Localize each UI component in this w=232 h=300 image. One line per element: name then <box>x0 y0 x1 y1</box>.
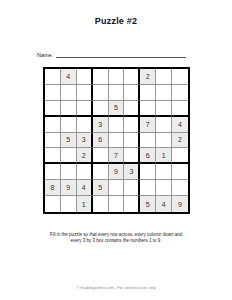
cell-r3c2[interactable] <box>61 101 77 117</box>
instructions: Fill in the puzzle so that every row acr… <box>10 232 222 244</box>
cell-r9c5[interactable] <box>109 196 125 212</box>
instructions-line-2: every 3 by 3 box contains the numbers 1 … <box>70 238 161 243</box>
cell-r4c3[interactable] <box>77 117 93 133</box>
cell-r3c9[interactable] <box>172 101 188 117</box>
cell-r1c3[interactable] <box>77 69 93 85</box>
cell-r3c7[interactable] <box>140 101 156 117</box>
cell-r8c9[interactable] <box>172 180 188 196</box>
name-label: Name: <box>37 52 53 58</box>
worksheet-page: Puzzle #2 Name: 425374536227619389451549… <box>0 0 232 300</box>
cell-r1c9[interactable] <box>172 69 188 85</box>
cell-r1c2: 4 <box>61 69 77 85</box>
cell-r5c1[interactable] <box>45 133 61 149</box>
cell-r3c3[interactable] <box>77 101 93 117</box>
cell-r6c7: 6 <box>140 148 156 164</box>
page-title: Puzzle #2 <box>0 16 232 26</box>
cell-r4c2[interactable] <box>61 117 77 133</box>
cell-r6c2[interactable] <box>61 148 77 164</box>
sudoku-board: 425374536227619389451549 <box>43 67 190 214</box>
cell-r7c2[interactable] <box>61 164 77 180</box>
cell-r5c6[interactable] <box>124 133 140 149</box>
cell-r9c9: 9 <box>172 196 188 212</box>
cell-r2c3[interactable] <box>77 85 93 101</box>
cell-r7c7[interactable] <box>140 164 156 180</box>
cell-r6c6[interactable] <box>124 148 140 164</box>
cell-r7c1[interactable] <box>45 164 61 180</box>
cell-r9c2[interactable] <box>61 196 77 212</box>
cell-r2c5[interactable] <box>109 85 125 101</box>
cell-r7c4[interactable] <box>93 164 109 180</box>
cell-r8c8[interactable] <box>156 180 172 196</box>
cell-r5c8[interactable] <box>156 133 172 149</box>
cell-r9c4[interactable] <box>93 196 109 212</box>
cell-r6c3: 2 <box>77 148 93 164</box>
cell-r4c6[interactable] <box>124 117 140 133</box>
cell-r3c4[interactable] <box>93 101 109 117</box>
cell-r2c6[interactable] <box>124 85 140 101</box>
cell-r9c3: 1 <box>77 196 93 212</box>
cell-r8c6[interactable] <box>124 180 140 196</box>
cell-r6c9[interactable] <box>172 148 188 164</box>
cell-r4c4: 3 <box>93 117 109 133</box>
cell-r9c1[interactable] <box>45 196 61 212</box>
cell-r7c5: 9 <box>109 164 125 180</box>
cell-r6c4[interactable] <box>93 148 109 164</box>
cell-r7c6: 3 <box>124 164 140 180</box>
cell-r1c7: 2 <box>140 69 156 85</box>
cell-r8c2: 9 <box>61 180 77 196</box>
cell-r2c1[interactable] <box>45 85 61 101</box>
sudoku-grid: 425374536227619389451549 <box>45 69 188 212</box>
cell-r7c9[interactable] <box>172 164 188 180</box>
cell-r4c5[interactable] <box>109 117 125 133</box>
cell-r7c8[interactable] <box>156 164 172 180</box>
cell-r4c7: 7 <box>140 117 156 133</box>
cell-r8c3: 4 <box>77 180 93 196</box>
cell-r4c8[interactable] <box>156 117 172 133</box>
cell-r3c1[interactable] <box>45 101 61 117</box>
copyright-footer: © madebyjames.com - For personal use onl… <box>0 285 232 290</box>
cell-r8c4: 5 <box>93 180 109 196</box>
cell-r3c5: 5 <box>109 101 125 117</box>
cell-r1c6[interactable] <box>124 69 140 85</box>
cell-r3c6[interactable] <box>124 101 140 117</box>
cell-r5c5[interactable] <box>109 133 125 149</box>
cell-r1c8[interactable] <box>156 69 172 85</box>
cell-r9c6[interactable] <box>124 196 140 212</box>
cell-r9c8: 4 <box>156 196 172 212</box>
instructions-line-1: Fill in the puzzle so that every row acr… <box>50 232 182 237</box>
cell-r6c1[interactable] <box>45 148 61 164</box>
name-blank-line[interactable] <box>56 50 186 58</box>
cell-r1c1[interactable] <box>45 69 61 85</box>
cell-r4c1[interactable] <box>45 117 61 133</box>
cell-r1c4[interactable] <box>93 69 109 85</box>
cell-r3c8[interactable] <box>156 101 172 117</box>
cell-r5c2: 5 <box>61 133 77 149</box>
cell-r5c7[interactable] <box>140 133 156 149</box>
cell-r2c7[interactable] <box>140 85 156 101</box>
cell-r2c4[interactable] <box>93 85 109 101</box>
cell-r5c3: 3 <box>77 133 93 149</box>
cell-r6c5: 7 <box>109 148 125 164</box>
name-row: Name: <box>37 50 186 58</box>
cell-r5c9: 2 <box>172 133 188 149</box>
cell-r2c2[interactable] <box>61 85 77 101</box>
cell-r7c3[interactable] <box>77 164 93 180</box>
cell-r6c8: 1 <box>156 148 172 164</box>
cell-r8c5[interactable] <box>109 180 125 196</box>
cell-r8c1: 8 <box>45 180 61 196</box>
cell-r9c7: 5 <box>140 196 156 212</box>
cell-r2c8[interactable] <box>156 85 172 101</box>
cell-r4c9: 4 <box>172 117 188 133</box>
cell-r2c9[interactable] <box>172 85 188 101</box>
cell-r8c7[interactable] <box>140 180 156 196</box>
cell-r1c5[interactable] <box>109 69 125 85</box>
cell-r5c4: 6 <box>93 133 109 149</box>
